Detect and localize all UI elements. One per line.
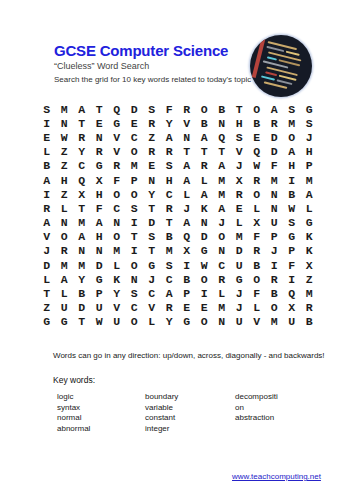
grid-cell: W [56, 130, 74, 144]
grid-cell: T [213, 145, 231, 159]
grid-cell: W [196, 258, 214, 272]
code-photo-logo [250, 35, 312, 97]
grid-cell: I [38, 187, 56, 201]
grid-cell: C [108, 201, 126, 215]
grid-cell: C [213, 258, 231, 272]
grid-cell: P [91, 286, 109, 300]
grid-cell: M [108, 244, 126, 258]
grid-cell: O [196, 102, 214, 116]
grid-cell: V [248, 315, 266, 329]
grid-cell: N [91, 244, 109, 258]
grid-cell: J [266, 244, 284, 258]
grid-cell: Q [283, 286, 301, 300]
grid-cell: V [143, 301, 161, 315]
grid-cell: Z [56, 145, 74, 159]
grid-cell: M [56, 258, 74, 272]
grid-cell: F [108, 173, 126, 187]
grid-cell: R [91, 145, 109, 159]
grid-cell: C [126, 301, 144, 315]
grid-cell: C [161, 187, 179, 201]
keyword-item: variable [145, 403, 178, 414]
grid-cell: D [38, 258, 56, 272]
grid-cell: D [143, 216, 161, 230]
grid-cell: J [231, 159, 249, 173]
grid-cell: O [126, 315, 144, 329]
grid-cell: H [231, 116, 249, 130]
grid-cell: R [56, 244, 74, 258]
direction-note: Words can go in any direction: up/down, … [53, 351, 325, 360]
grid-cell: Y [73, 145, 91, 159]
grid-cell: G [91, 159, 109, 173]
grid-cell: P [266, 230, 284, 244]
grid-cell: P [283, 244, 301, 258]
grid-cell: R [73, 130, 91, 144]
grid-cell: M [301, 286, 319, 300]
grid-cell: X [73, 187, 91, 201]
grid-cell: J [213, 216, 231, 230]
grid-cell: O [248, 187, 266, 201]
keyword-column-3: decompositionabstraction [235, 392, 278, 424]
grid-cell: D [73, 301, 91, 315]
grid-cell: L [143, 315, 161, 329]
grid-cell: T [73, 315, 91, 329]
grid-cell: Z [56, 187, 74, 201]
grid-cell: E [126, 116, 144, 130]
grid-cell: R [178, 102, 196, 116]
grid-cell: R [248, 173, 266, 187]
grid-cell: S [126, 286, 144, 300]
grid-cell: W [283, 201, 301, 215]
grid-cell: T [143, 201, 161, 215]
grid-cell: U [108, 315, 126, 329]
grid-cell: X [231, 173, 249, 187]
grid-cell: M [213, 301, 231, 315]
grid-cell: M [266, 173, 284, 187]
grid-cell: T [196, 145, 214, 159]
grid-cell: O [126, 258, 144, 272]
grid-cell: C [161, 272, 179, 286]
keyword-item: boundary [145, 392, 178, 403]
grid-cell: L [213, 286, 231, 300]
grid-cell: A [38, 173, 56, 187]
keyword-item: syntax [57, 403, 90, 414]
grid-cell: T [143, 244, 161, 258]
grid-cell: B [73, 286, 91, 300]
grid-cell: X [178, 244, 196, 258]
grid-cell: V [108, 301, 126, 315]
grid-cell: N [108, 216, 126, 230]
grid-cell: L [231, 216, 249, 230]
grid-cell: C [143, 286, 161, 300]
grid-cell: R [38, 201, 56, 215]
teachcomputing-link[interactable]: www.teachcomputing.net [232, 472, 321, 481]
grid-cell: E [143, 159, 161, 173]
grid-cell: E [38, 130, 56, 144]
grid-cell: K [301, 244, 319, 258]
grid-cell: I [283, 272, 301, 286]
grid-cell: V [108, 145, 126, 159]
grid-cell: G [301, 216, 319, 230]
keyword-column-2: boundaryvariableconstantinteger [145, 392, 178, 434]
grid-cell: E [91, 116, 109, 130]
grid-cell: H [56, 173, 74, 187]
grid-cell: R [161, 301, 179, 315]
grid-cell: A [213, 201, 231, 215]
grid-cell: I [196, 286, 214, 300]
grid-cell: K [108, 272, 126, 286]
grid-cell: C [126, 130, 144, 144]
grid-cell: Q [213, 130, 231, 144]
grid-cell: L [301, 201, 319, 215]
grid-cell: Z [56, 159, 74, 173]
worksheet-page: GCSE Computer Science “Clueless” Word Se… [0, 0, 353, 500]
grid-cell: B [248, 258, 266, 272]
grid-cell: H [161, 173, 179, 187]
grid-cell: J [143, 272, 161, 286]
grid-cell: A [213, 159, 231, 173]
grid-cell: N [266, 187, 284, 201]
grid-cell: A [178, 173, 196, 187]
grid-cell: L [196, 173, 214, 187]
grid-cell: V [178, 116, 196, 130]
grid-cell: N [213, 315, 231, 329]
grid-cell: A [301, 187, 319, 201]
grid-cell: O [126, 145, 144, 159]
grid-cell: F [248, 286, 266, 300]
grid-cell: N [143, 173, 161, 187]
grid-cell: G [91, 272, 109, 286]
grid-cell: T [73, 116, 91, 130]
grid-cell: I [38, 116, 56, 130]
grid-cell: U [91, 301, 109, 315]
word-search-grid: SMATQDSFROBTOASGINTEGERYVBNHBRMSEWRNVCZA… [38, 102, 318, 329]
page-subtitle: “Clueless” Word Search [54, 61, 149, 71]
grid-cell: T [73, 201, 91, 215]
grid-cell: R [196, 159, 214, 173]
keyword-item: normal [57, 413, 90, 424]
keyword-item: integer [145, 424, 178, 435]
grid-cell: L [38, 145, 56, 159]
grid-cell: A [178, 159, 196, 173]
grid-cell: F [248, 230, 266, 244]
grid-cell: E [178, 301, 196, 315]
grid-cell: D [266, 130, 284, 144]
grid-cell: M [231, 230, 249, 244]
grid-cell: D [196, 230, 214, 244]
grid-cell: M [301, 173, 319, 187]
grid-cell: V [38, 230, 56, 244]
grid-cell: S [143, 102, 161, 116]
grid-cell: D [231, 244, 249, 258]
grid-cell: P [178, 286, 196, 300]
grid-cell: W [91, 315, 109, 329]
grid-cell: U [266, 216, 284, 230]
grid-cell: J [301, 130, 319, 144]
grid-cell: O [126, 187, 144, 201]
grid-cell: A [196, 130, 214, 144]
grid-cell: H [91, 230, 109, 244]
grid-cell: Z [301, 272, 319, 286]
keyword-item: logic [57, 392, 90, 403]
grid-cell: N [178, 130, 196, 144]
grid-cell: M [73, 258, 91, 272]
grid-cell: E [231, 201, 249, 215]
grid-cell: S [143, 230, 161, 244]
grid-cell: O [248, 102, 266, 116]
grid-cell: N [266, 201, 284, 215]
keyword-item: abnormal [57, 424, 90, 435]
grid-cell: R [231, 187, 249, 201]
grid-cell: A [266, 102, 284, 116]
grid-cell: B [266, 286, 284, 300]
grid-cell: F [161, 102, 179, 116]
grid-cell: L [248, 301, 266, 315]
grid-cell: L [56, 201, 74, 215]
grid-cell: B [178, 272, 196, 286]
grid-cell: O [283, 130, 301, 144]
grid-cell: Y [161, 315, 179, 329]
grid-cell: O [248, 272, 266, 286]
grid-cell: F [266, 159, 284, 173]
keywords-label: Key words: [53, 375, 95, 385]
grid-cell: Y [108, 286, 126, 300]
grid-cell: Q [108, 102, 126, 116]
grid-cell: G [301, 102, 319, 116]
grid-cell: N [213, 116, 231, 130]
grid-cell: A [161, 130, 179, 144]
grid-cell: S [126, 201, 144, 215]
grid-cell: Y [73, 272, 91, 286]
grid-cell: F [91, 201, 109, 215]
grid-cell: A [56, 272, 74, 286]
grid-cell: N [213, 244, 231, 258]
grid-cell: U [231, 315, 249, 329]
grid-cell: S [161, 159, 179, 173]
grid-cell: B [248, 116, 266, 130]
grid-cell: N [196, 216, 214, 230]
grid-cell: B [196, 116, 214, 130]
grid-cell: D [91, 258, 109, 272]
grid-cell: M [266, 315, 284, 329]
grid-cell: A [283, 145, 301, 159]
grid-cell: T [126, 230, 144, 244]
grid-cell: S [38, 102, 56, 116]
grid-cell: G [143, 258, 161, 272]
grid-cell: X [301, 258, 319, 272]
grid-cell: N [91, 130, 109, 144]
grid-cell: J [38, 244, 56, 258]
grid-cell: Z [38, 301, 56, 315]
grid-cell: N [73, 244, 91, 258]
grid-cell: M [73, 216, 91, 230]
grid-cell: W [248, 159, 266, 173]
grid-cell: L [248, 201, 266, 215]
grid-cell: S [283, 216, 301, 230]
grid-cell: T [91, 102, 109, 116]
grid-cell: O [108, 230, 126, 244]
grid-cell: X [283, 301, 301, 315]
grid-cell: G [178, 315, 196, 329]
grid-cell: O [196, 315, 214, 329]
grid-cell: S [231, 130, 249, 144]
grid-cell: J [231, 286, 249, 300]
grid-cell: Q [73, 173, 91, 187]
grid-cell: U [56, 301, 74, 315]
code-lines-decoration [250, 35, 312, 97]
grid-cell: G [283, 230, 301, 244]
grid-cell: K [196, 201, 214, 215]
grid-cell: B [213, 102, 231, 116]
grid-cell: O [196, 272, 214, 286]
grid-cell: O [266, 301, 284, 315]
grid-cell: B [283, 187, 301, 201]
grid-cell: A [38, 216, 56, 230]
keyword-item: decompositi [235, 392, 278, 403]
grid-cell: S [301, 116, 319, 130]
grid-cell: A [178, 216, 196, 230]
grid-cell: R [266, 272, 284, 286]
grid-cell: A [196, 187, 214, 201]
grid-cell: M [56, 102, 74, 116]
grid-cell: R [161, 201, 179, 215]
grid-cell: S [161, 258, 179, 272]
grid-cell: Y [143, 187, 161, 201]
grid-cell: N [126, 272, 144, 286]
grid-cell: I [126, 244, 144, 258]
grid-cell: R [108, 159, 126, 173]
grid-cell: R [213, 272, 231, 286]
grid-cell: R [143, 145, 161, 159]
grid-cell: H [91, 187, 109, 201]
grid-cell: V [108, 130, 126, 144]
grid-cell: B [301, 315, 319, 329]
grid-cell: R [301, 301, 319, 315]
grid-cell: O [56, 230, 74, 244]
grid-cell: F [283, 258, 301, 272]
grid-cell: V [231, 145, 249, 159]
grid-cell: Q [178, 230, 196, 244]
keyword-item: on [235, 403, 278, 414]
grid-cell: I [178, 258, 196, 272]
grid-cell: G [196, 244, 214, 258]
grid-cell: L [178, 187, 196, 201]
grid-cell: Y [161, 116, 179, 130]
grid-cell: D [126, 102, 144, 116]
grid-cell: A [161, 286, 179, 300]
grid-cell: H [283, 159, 301, 173]
grid-cell: I [266, 258, 284, 272]
grid-cell: T [231, 102, 249, 116]
grid-cell: M [283, 116, 301, 130]
grid-cell: R [143, 116, 161, 130]
grid-cell: R [161, 145, 179, 159]
grid-cell: R [248, 244, 266, 258]
page-title: GCSE Computer Science [54, 42, 228, 59]
grid-cell: T [161, 216, 179, 230]
grid-cell: L [56, 286, 74, 300]
grid-cell: X [248, 216, 266, 230]
grid-cell: G [56, 315, 74, 329]
grid-cell: G [38, 315, 56, 329]
grid-cell: R [266, 116, 284, 130]
grid-cell: Z [143, 130, 161, 144]
grid-cell: T [178, 145, 196, 159]
grid-cell: S [283, 102, 301, 116]
grid-cell: N [56, 216, 74, 230]
keyword-column-1: logicsyntaxnormalabnormal [57, 392, 90, 434]
instruction-text: Search the grid for 10 key words related… [54, 75, 251, 84]
grid-cell: O [213, 230, 231, 244]
keyword-item: abstraction [235, 413, 278, 424]
grid-cell: M [161, 244, 179, 258]
grid-cell: C [73, 159, 91, 173]
grid-cell: G [108, 116, 126, 130]
grid-cell: B [38, 159, 56, 173]
grid-cell: E [196, 301, 214, 315]
grid-cell: A [91, 216, 109, 230]
grid-cell: M [126, 159, 144, 173]
grid-cell: L [38, 272, 56, 286]
grid-cell: E [248, 130, 266, 144]
grid-cell: J [231, 301, 249, 315]
grid-cell: A [73, 230, 91, 244]
grid-cell: J [178, 201, 196, 215]
grid-cell: I [126, 216, 144, 230]
grid-cell: L [108, 258, 126, 272]
grid-cell: A [73, 102, 91, 116]
grid-cell: G [231, 272, 249, 286]
grid-cell: K [301, 230, 319, 244]
grid-cell: U [231, 258, 249, 272]
grid-cell: I [283, 173, 301, 187]
grid-cell: X [91, 173, 109, 187]
grid-cell: O [108, 187, 126, 201]
grid-cell: B [161, 230, 179, 244]
grid-cell: U [283, 315, 301, 329]
grid-cell: M [213, 187, 231, 201]
keyword-item: constant [145, 413, 178, 424]
grid-cell: P [301, 159, 319, 173]
grid-cell: P [126, 173, 144, 187]
grid-cell: Q [248, 145, 266, 159]
grid-cell: H [301, 145, 319, 159]
grid-cell: M [213, 173, 231, 187]
grid-cell: D [266, 145, 284, 159]
grid-cell: T [38, 286, 56, 300]
grid-cell: N [56, 116, 74, 130]
